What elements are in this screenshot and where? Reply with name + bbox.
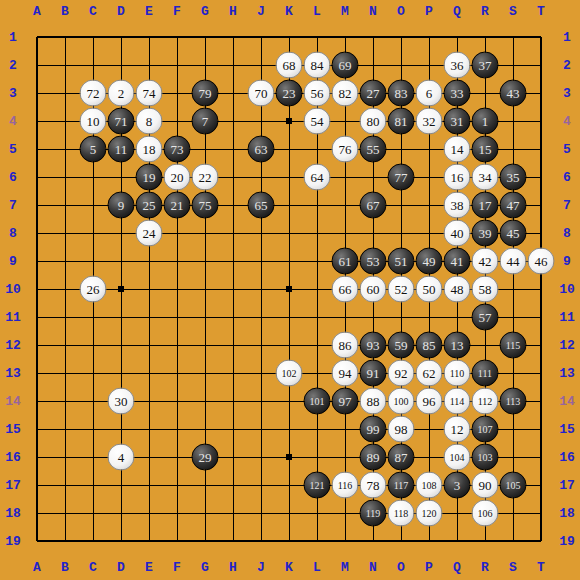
stone[interactable]: 35 — [500, 164, 527, 191]
row-label-left: 19 — [5, 534, 21, 549]
stone-number: 21 — [171, 199, 184, 212]
row-label-right: 16 — [559, 450, 575, 465]
stone[interactable]: 120 — [416, 500, 443, 527]
stone[interactable]: 89 — [360, 444, 387, 471]
column-label-top: B — [61, 4, 69, 19]
stone[interactable]: 81 — [388, 108, 415, 135]
stone-number: 9 — [118, 199, 125, 212]
stone[interactable]: 116 — [332, 472, 359, 499]
row-label-left: 5 — [9, 142, 17, 157]
stone-number: 96 — [423, 395, 436, 408]
stone[interactable]: 117 — [388, 472, 415, 499]
stone[interactable]: 1 — [472, 108, 499, 135]
stone[interactable]: 69 — [332, 52, 359, 79]
stone-number: 13 — [451, 339, 464, 352]
stone[interactable]: 110 — [444, 360, 471, 387]
stone-number: 60 — [367, 283, 380, 296]
stone-number: 101 — [310, 396, 325, 406]
stone[interactable]: 41 — [444, 248, 471, 275]
row-label-left: 15 — [5, 422, 21, 437]
stone[interactable]: 18 — [136, 136, 163, 163]
column-label-top: A — [33, 4, 41, 19]
stone[interactable]: 26 — [80, 276, 107, 303]
stone[interactable]: 66 — [332, 276, 359, 303]
stone-number: 30 — [115, 395, 128, 408]
stone[interactable]: 31 — [444, 108, 471, 135]
stone[interactable]: 23 — [276, 80, 303, 107]
stone[interactable]: 12 — [444, 416, 471, 443]
stone-number: 108 — [422, 480, 437, 490]
row-label-right: 3 — [563, 86, 571, 101]
stone[interactable]: 46 — [528, 248, 555, 275]
stone[interactable]: 85 — [416, 332, 443, 359]
stone[interactable]: 14 — [444, 136, 471, 163]
stone-number: 34 — [479, 171, 492, 184]
stone[interactable]: 106 — [472, 500, 499, 527]
stone-number: 79 — [199, 87, 212, 100]
stone[interactable]: 15 — [472, 136, 499, 163]
row-label-right: 1 — [563, 30, 571, 45]
row-label-left: 17 — [5, 478, 21, 493]
stone-number: 93 — [367, 339, 380, 352]
stone[interactable]: 44 — [500, 248, 527, 275]
stone-number: 33 — [451, 87, 464, 100]
column-label-bottom: B — [61, 560, 69, 575]
stone-number: 92 — [395, 367, 408, 380]
column-label-bottom: P — [425, 560, 433, 575]
stone[interactable]: 118 — [388, 500, 415, 527]
stone[interactable]: 57 — [472, 304, 499, 331]
stone-number: 26 — [87, 283, 100, 296]
row-label-left: 8 — [9, 226, 17, 241]
stone[interactable]: 88 — [360, 388, 387, 415]
stone-number: 51 — [395, 255, 408, 268]
stone-number: 66 — [339, 283, 352, 296]
row-label-left: 9 — [9, 254, 17, 269]
stone[interactable]: 90 — [472, 472, 499, 499]
row-label-right: 6 — [563, 170, 571, 185]
row-label-right: 4 — [563, 114, 571, 129]
stone-number: 36 — [451, 59, 464, 72]
column-label-top: F — [173, 4, 181, 19]
column-label-top: M — [341, 4, 349, 19]
row-label-left: 11 — [5, 310, 21, 325]
column-label-bottom: G — [201, 560, 209, 575]
stone-number: 119 — [366, 508, 381, 518]
stone-number: 82 — [339, 87, 352, 100]
stone-number: 104 — [450, 452, 465, 462]
stone-number: 107 — [478, 424, 493, 434]
row-label-right: 5 — [563, 142, 571, 157]
column-label-bottom: O — [397, 560, 405, 575]
stone-number: 102 — [282, 368, 297, 378]
stone[interactable]: 67 — [360, 192, 387, 219]
stone[interactable]: 5 — [80, 136, 107, 163]
stone[interactable]: 102 — [276, 360, 303, 387]
stone-number: 48 — [451, 283, 464, 296]
stone[interactable]: 49 — [416, 248, 443, 275]
stone[interactable]: 82 — [332, 80, 359, 107]
stone-number: 27 — [367, 87, 380, 100]
row-label-right: 7 — [563, 198, 571, 213]
stone[interactable]: 21 — [164, 192, 191, 219]
stone[interactable]: 112 — [472, 388, 499, 415]
row-label-right: 15 — [559, 422, 575, 437]
stone[interactable]: 98 — [388, 416, 415, 443]
stone[interactable]: 17 — [472, 192, 499, 219]
stone[interactable]: 33 — [444, 80, 471, 107]
stone-number: 76 — [339, 143, 352, 156]
stone[interactable]: 100 — [388, 388, 415, 415]
stone-number: 72 — [87, 87, 100, 100]
stone-number: 5 — [90, 143, 97, 156]
stone[interactable]: 72 — [80, 80, 107, 107]
column-label-top: E — [145, 4, 153, 19]
row-label-right: 12 — [559, 338, 575, 353]
stone-number: 3 — [454, 479, 461, 492]
row-label-right: 18 — [559, 506, 575, 521]
stone[interactable]: 91 — [360, 360, 387, 387]
stone[interactable]: 59 — [388, 332, 415, 359]
stone[interactable]: 86 — [332, 332, 359, 359]
stone[interactable]: 62 — [416, 360, 443, 387]
stone-number: 47 — [507, 199, 520, 212]
stone[interactable]: 56 — [304, 80, 331, 107]
stone-number: 90 — [479, 479, 492, 492]
stone-number: 52 — [395, 283, 408, 296]
stone[interactable]: 70 — [248, 80, 275, 107]
star-point — [118, 286, 125, 293]
stone[interactable]: 74 — [136, 80, 163, 107]
stone[interactable]: 105 — [500, 472, 527, 499]
row-label-left: 1 — [9, 30, 17, 45]
stone-number: 55 — [367, 143, 380, 156]
stone[interactable]: 101 — [304, 388, 331, 415]
stone[interactable]: 104 — [444, 444, 471, 471]
stone-number: 22 — [199, 171, 212, 184]
stone-number: 58 — [479, 283, 492, 296]
column-label-bottom: R — [481, 560, 489, 575]
row-label-right: 11 — [559, 310, 575, 325]
stone-number: 106 — [478, 508, 493, 518]
stone-number: 80 — [367, 115, 380, 128]
stone-number: 44 — [507, 255, 520, 268]
stone[interactable]: 108 — [416, 472, 443, 499]
stone[interactable]: 61 — [332, 248, 359, 275]
stone-number: 88 — [367, 395, 380, 408]
stone[interactable]: 37 — [472, 52, 499, 79]
stone[interactable]: 75 — [192, 192, 219, 219]
stone[interactable]: 94 — [332, 360, 359, 387]
stone-number: 114 — [450, 396, 465, 406]
stone[interactable]: 8 — [136, 108, 163, 135]
column-label-bottom: H — [229, 560, 237, 575]
stone[interactable]: 63 — [248, 136, 275, 163]
stone[interactable]: 115 — [500, 332, 527, 359]
stone[interactable]: 16 — [444, 164, 471, 191]
stone[interactable]: 87 — [388, 444, 415, 471]
stone-number: 110 — [450, 368, 465, 378]
stone[interactable]: 6 — [416, 80, 443, 107]
stone[interactable]: 39 — [472, 220, 499, 247]
stone[interactable]: 42 — [472, 248, 499, 275]
stone-number: 23 — [283, 87, 296, 100]
stone-number: 98 — [395, 423, 408, 436]
stone-number: 16 — [451, 171, 464, 184]
stone[interactable]: 22 — [192, 164, 219, 191]
stone[interactable]: 7 — [192, 108, 219, 135]
row-label-right: 2 — [563, 58, 571, 73]
stone-number: 113 — [506, 396, 521, 406]
stone-number: 91 — [367, 367, 380, 380]
stone[interactable]: 83 — [388, 80, 415, 107]
stone-number: 85 — [423, 339, 436, 352]
column-label-bottom: Q — [453, 560, 461, 575]
stone-number: 32 — [423, 115, 436, 128]
row-label-left: 14 — [5, 394, 21, 409]
column-label-top: G — [201, 4, 209, 19]
column-label-bottom: N — [369, 560, 377, 575]
stone-number: 83 — [395, 87, 408, 100]
stone[interactable]: 2 — [108, 80, 135, 107]
stone[interactable]: 114 — [444, 388, 471, 415]
stone-number: 86 — [339, 339, 352, 352]
row-label-left: 13 — [5, 366, 21, 381]
stone[interactable]: 77 — [388, 164, 415, 191]
stone-number: 116 — [338, 480, 353, 490]
row-label-left: 4 — [9, 114, 17, 129]
stone-number: 111 — [478, 368, 492, 378]
stone[interactable]: 121 — [304, 472, 331, 499]
stone-number: 24 — [143, 227, 156, 240]
stone-number: 87 — [395, 451, 408, 464]
column-label-top: O — [397, 4, 405, 19]
stone-number: 42 — [479, 255, 492, 268]
stone-number: 15 — [479, 143, 492, 156]
stone-number: 73 — [171, 143, 184, 156]
column-label-bottom: T — [537, 560, 545, 575]
row-label-left: 3 — [9, 86, 17, 101]
stone-number: 40 — [451, 227, 464, 240]
stone-number: 63 — [255, 143, 268, 156]
row-label-left: 6 — [9, 170, 17, 185]
stone-number: 78 — [367, 479, 380, 492]
column-label-top: D — [117, 4, 125, 19]
column-label-bottom: A — [33, 560, 41, 575]
stone-number: 2 — [118, 87, 125, 100]
stone-number: 7 — [202, 115, 209, 128]
stone-number: 75 — [199, 199, 212, 212]
stone[interactable]: 119 — [360, 500, 387, 527]
stone-number: 69 — [339, 59, 352, 72]
stone-number: 99 — [367, 423, 380, 436]
stone-number: 77 — [395, 171, 408, 184]
stone-number: 41 — [451, 255, 464, 268]
column-label-bottom: K — [285, 560, 293, 575]
stone[interactable]: 58 — [472, 276, 499, 303]
stone-number: 62 — [423, 367, 436, 380]
row-label-left: 2 — [9, 58, 17, 73]
stone[interactable]: 36 — [444, 52, 471, 79]
stone[interactable]: 65 — [248, 192, 275, 219]
stone-number: 57 — [479, 311, 492, 324]
stone[interactable]: 76 — [332, 136, 359, 163]
stone[interactable]: 11 — [108, 136, 135, 163]
stone[interactable]: 64 — [304, 164, 331, 191]
stone-number: 97 — [339, 395, 352, 408]
stone[interactable]: 4 — [108, 444, 135, 471]
stone[interactable]: 54 — [304, 108, 331, 135]
stone[interactable]: 51 — [388, 248, 415, 275]
stone[interactable]: 96 — [416, 388, 443, 415]
stone[interactable]: 92 — [388, 360, 415, 387]
stone[interactable]: 48 — [444, 276, 471, 303]
row-label-right: 9 — [563, 254, 571, 269]
stone[interactable]: 52 — [388, 276, 415, 303]
stone[interactable]: 103 — [472, 444, 499, 471]
column-label-top: S — [509, 4, 517, 19]
stone-number: 17 — [479, 199, 492, 212]
stone[interactable]: 34 — [472, 164, 499, 191]
stone-number: 29 — [199, 451, 212, 464]
stone[interactable]: 43 — [500, 80, 527, 107]
column-label-top: T — [537, 4, 545, 19]
column-label-bottom: E — [145, 560, 153, 575]
stone-number: 49 — [423, 255, 436, 268]
stone-number: 14 — [451, 143, 464, 156]
stone[interactable]: 53 — [360, 248, 387, 275]
stone[interactable]: 107 — [472, 416, 499, 443]
column-label-top: J — [257, 4, 265, 19]
stone[interactable]: 97 — [332, 388, 359, 415]
column-label-top: P — [425, 4, 433, 19]
row-label-right: 17 — [559, 478, 575, 493]
column-label-top: H — [229, 4, 237, 19]
stone[interactable]: 99 — [360, 416, 387, 443]
stone[interactable]: 50 — [416, 276, 443, 303]
stone[interactable]: 84 — [304, 52, 331, 79]
row-label-right: 14 — [559, 394, 575, 409]
stone-number: 25 — [143, 199, 156, 212]
stone-number: 120 — [422, 508, 437, 518]
stone-number: 8 — [146, 115, 153, 128]
stone-number: 117 — [394, 480, 409, 490]
column-label-bottom: D — [117, 560, 125, 575]
column-label-top: K — [285, 4, 293, 19]
stone[interactable]: 32 — [416, 108, 443, 135]
stone[interactable]: 27 — [360, 80, 387, 107]
stone[interactable]: 80 — [360, 108, 387, 135]
row-label-right: 10 — [559, 282, 575, 297]
stone-number: 4 — [118, 451, 125, 464]
stone-number: 103 — [478, 452, 493, 462]
stone[interactable]: 113 — [500, 388, 527, 415]
row-label-right: 8 — [563, 226, 571, 241]
stone-number: 64 — [311, 171, 324, 184]
stone-number: 105 — [506, 480, 521, 490]
stone-number: 19 — [143, 171, 156, 184]
stone-number: 46 — [535, 255, 548, 268]
row-label-left: 18 — [5, 506, 21, 521]
stone[interactable]: 20 — [164, 164, 191, 191]
stone[interactable]: 68 — [276, 52, 303, 79]
column-label-top: R — [481, 4, 489, 19]
stone[interactable]: 47 — [500, 192, 527, 219]
stone[interactable]: 55 — [360, 136, 387, 163]
column-label-bottom: L — [313, 560, 321, 575]
stone-number: 100 — [394, 396, 409, 406]
stone-number: 10 — [87, 115, 100, 128]
stone-number: 71 — [115, 115, 128, 128]
stone-number: 89 — [367, 451, 380, 464]
stone[interactable]: 45 — [500, 220, 527, 247]
stone-number: 12 — [451, 423, 464, 436]
column-label-top: L — [313, 4, 321, 19]
stone[interactable]: 71 — [108, 108, 135, 135]
row-label-left: 10 — [5, 282, 21, 297]
stone-number: 38 — [451, 199, 464, 212]
row-label-left: 12 — [5, 338, 21, 353]
stone-number: 45 — [507, 227, 520, 240]
row-label-left: 16 — [5, 450, 21, 465]
stone[interactable]: 38 — [444, 192, 471, 219]
stone-number: 59 — [395, 339, 408, 352]
stone-number: 20 — [171, 171, 184, 184]
stone-number: 81 — [395, 115, 408, 128]
stone[interactable]: 60 — [360, 276, 387, 303]
stone-number: 11 — [115, 143, 128, 156]
stone-number: 54 — [311, 115, 324, 128]
row-label-left: 7 — [9, 198, 17, 213]
stone[interactable]: 78 — [360, 472, 387, 499]
stone[interactable]: 29 — [192, 444, 219, 471]
column-label-top: C — [89, 4, 97, 19]
column-label-bottom: S — [509, 560, 517, 575]
stone-number: 67 — [367, 199, 380, 212]
stone[interactable]: 9 — [108, 192, 135, 219]
stone-number: 43 — [507, 87, 520, 100]
stone[interactable]: 30 — [108, 388, 135, 415]
stone[interactable]: 73 — [164, 136, 191, 163]
stone[interactable]: 19 — [136, 164, 163, 191]
stone-number: 112 — [478, 396, 493, 406]
row-label-right: 19 — [559, 534, 575, 549]
stone[interactable]: 79 — [192, 80, 219, 107]
star-point — [286, 286, 293, 293]
stone-number: 94 — [339, 367, 352, 380]
stone-number: 35 — [507, 171, 520, 184]
stone[interactable]: 93 — [360, 332, 387, 359]
stone-number: 118 — [394, 508, 409, 518]
stone-number: 74 — [143, 87, 156, 100]
star-point — [286, 118, 293, 125]
stone[interactable]: 24 — [136, 220, 163, 247]
stone-number: 37 — [479, 59, 492, 72]
stone[interactable]: 3 — [444, 472, 471, 499]
stone[interactable]: 10 — [80, 108, 107, 135]
stone-number: 39 — [479, 227, 492, 240]
stone[interactable]: 25 — [136, 192, 163, 219]
go-board[interactable]: AABBCCDDEEFFGGHHJJKKLLMMNNOOPPQQRRSSTT11… — [0, 0, 580, 580]
column-label-top: Q — [453, 4, 461, 19]
stone-number: 6 — [426, 87, 433, 100]
row-label-right: 13 — [559, 366, 575, 381]
stone-number: 61 — [339, 255, 352, 268]
stone-number: 68 — [283, 59, 296, 72]
stone[interactable]: 13 — [444, 332, 471, 359]
stone[interactable]: 40 — [444, 220, 471, 247]
stone[interactable]: 111 — [472, 360, 499, 387]
